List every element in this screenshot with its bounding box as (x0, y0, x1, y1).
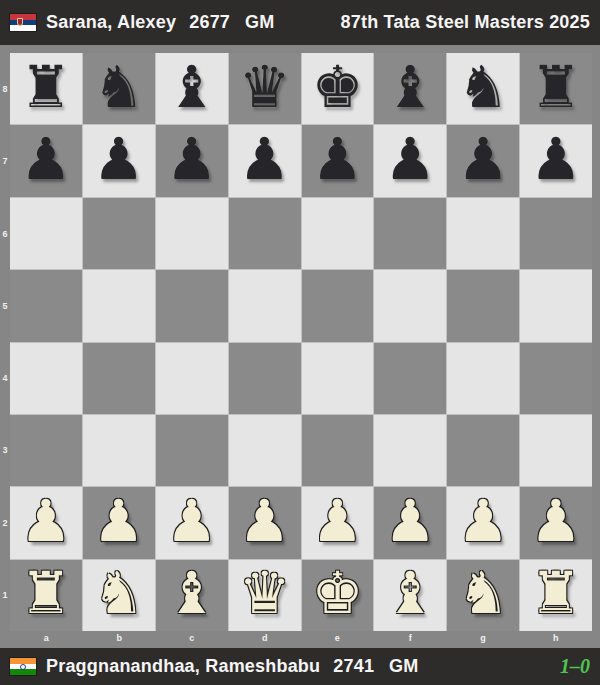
square-b1[interactable]: ♞ (83, 560, 155, 631)
top-player-bar: Sarana, Alexey 2677 GM 87th Tata Steel M… (0, 0, 600, 45)
square-d7[interactable]: ♟ (229, 125, 301, 196)
square-d1[interactable]: ♛ (229, 560, 301, 631)
top-player-name: Sarana, Alexey (46, 12, 176, 33)
rank-label-3: 3 (0, 414, 10, 486)
top-player-rating: 2677 (189, 12, 230, 33)
white-pawn-e2[interactable]: ♟ (311, 492, 363, 550)
square-g4[interactable] (447, 343, 519, 414)
square-e4[interactable] (302, 343, 374, 414)
square-b8[interactable]: ♞ (83, 53, 155, 124)
white-knight-g1[interactable]: ♞ (457, 564, 509, 622)
file-label-f: f (374, 631, 447, 645)
black-bishop-f8[interactable]: ♝ (384, 58, 436, 116)
file-label-d: d (228, 631, 301, 645)
black-king-e8[interactable]: ♚ (311, 58, 363, 116)
black-knight-b8[interactable]: ♞ (93, 58, 145, 116)
square-a2[interactable]: ♟ (10, 487, 82, 558)
square-e1[interactable]: ♚ (302, 560, 374, 631)
rank-label-1: 1 (0, 559, 10, 631)
square-a6[interactable] (10, 198, 82, 269)
ashoka-chakra (20, 664, 26, 670)
square-g2[interactable]: ♟ (447, 487, 519, 558)
square-d8[interactable]: ♛ (229, 53, 301, 124)
square-c4[interactable] (156, 343, 228, 414)
square-b3[interactable] (83, 415, 155, 486)
square-e7[interactable]: ♟ (302, 125, 374, 196)
square-c1[interactable]: ♝ (156, 560, 228, 631)
square-g1[interactable]: ♞ (447, 560, 519, 631)
square-b6[interactable] (83, 198, 155, 269)
black-pawn-g7[interactable]: ♟ (457, 130, 509, 188)
white-pawn-h2[interactable]: ♟ (530, 492, 582, 550)
square-a1[interactable]: ♜ (10, 560, 82, 631)
top-player-title: GM (245, 12, 274, 33)
square-d3[interactable] (229, 415, 301, 486)
rank-label-5: 5 (0, 270, 10, 342)
square-a4[interactable] (10, 343, 82, 414)
square-e5[interactable] (302, 270, 374, 341)
black-pawn-e7[interactable]: ♟ (311, 130, 363, 188)
square-b4[interactable] (83, 343, 155, 414)
rank-label-6: 6 (0, 198, 10, 270)
square-g7[interactable]: ♟ (447, 125, 519, 196)
square-a7[interactable]: ♟ (10, 125, 82, 196)
square-h1[interactable]: ♜ (520, 560, 592, 631)
square-h4[interactable] (520, 343, 592, 414)
black-rook-h8[interactable]: ♜ (530, 58, 582, 116)
square-c2[interactable]: ♟ (156, 487, 228, 558)
file-label-a: a (10, 631, 83, 645)
bottom-player-rating: 2741 (333, 656, 374, 677)
white-rook-h1[interactable]: ♜ (530, 564, 582, 622)
square-f1[interactable]: ♝ (374, 560, 446, 631)
square-f7[interactable]: ♟ (374, 125, 446, 196)
bottom-player-info: Praggnanandhaa, Rameshbabu 2741 GM (46, 656, 419, 677)
square-e6[interactable] (302, 198, 374, 269)
white-pawn-d2[interactable]: ♟ (239, 492, 291, 550)
square-d4[interactable] (229, 343, 301, 414)
rank-label-2: 2 (0, 487, 10, 559)
square-f8[interactable]: ♝ (374, 53, 446, 124)
white-king-e1[interactable]: ♚ (311, 564, 363, 622)
square-c6[interactable] (156, 198, 228, 269)
square-d5[interactable] (229, 270, 301, 341)
square-g5[interactable] (447, 270, 519, 341)
square-h3[interactable] (520, 415, 592, 486)
file-label-c: c (156, 631, 229, 645)
serbia-flag-icon (10, 14, 36, 31)
white-knight-b1[interactable]: ♞ (93, 564, 145, 622)
black-pawn-d7[interactable]: ♟ (239, 130, 291, 188)
top-player-info: Sarana, Alexey 2677 GM (46, 12, 274, 33)
black-pawn-h7[interactable]: ♟ (530, 130, 582, 188)
white-pawn-a2[interactable]: ♟ (20, 492, 72, 550)
black-pawn-f7[interactable]: ♟ (384, 130, 436, 188)
square-g6[interactable] (447, 198, 519, 269)
white-bishop-c1[interactable]: ♝ (166, 564, 218, 622)
square-c3[interactable] (156, 415, 228, 486)
square-f2[interactable]: ♟ (374, 487, 446, 558)
square-f4[interactable] (374, 343, 446, 414)
square-h6[interactable] (520, 198, 592, 269)
square-g8[interactable]: ♞ (447, 53, 519, 124)
black-pawn-c7[interactable]: ♟ (166, 130, 218, 188)
india-flag-icon (10, 658, 36, 675)
rank-label-8: 8 (0, 53, 10, 125)
square-a8[interactable]: ♜ (10, 53, 82, 124)
file-label-h: h (519, 631, 592, 645)
square-g3[interactable] (447, 415, 519, 486)
file-labels: abcdefgh (10, 631, 592, 645)
bottom-player-title: GM (389, 656, 418, 677)
black-knight-g8[interactable]: ♞ (457, 58, 509, 116)
rank-labels: 87654321 (0, 53, 10, 631)
square-c5[interactable] (156, 270, 228, 341)
file-label-g: g (447, 631, 520, 645)
black-rook-a8[interactable]: ♜ (20, 58, 72, 116)
square-e2[interactable]: ♟ (302, 487, 374, 558)
square-a3[interactable] (10, 415, 82, 486)
square-b2[interactable]: ♟ (83, 487, 155, 558)
square-b5[interactable] (83, 270, 155, 341)
square-a5[interactable] (10, 270, 82, 341)
square-d6[interactable] (229, 198, 301, 269)
white-pawn-b2[interactable]: ♟ (93, 492, 145, 550)
square-h8[interactable]: ♜ (520, 53, 592, 124)
serbia-coat-of-arms (17, 18, 23, 26)
square-b7[interactable]: ♟ (83, 125, 155, 196)
square-h7[interactable]: ♟ (520, 125, 592, 196)
square-h5[interactable] (520, 270, 592, 341)
white-pawn-c2[interactable]: ♟ (166, 492, 218, 550)
bottom-player-name: Praggnanandhaa, Rameshbabu (46, 656, 320, 677)
game-result: 1–0 (560, 655, 590, 678)
white-bishop-f1[interactable]: ♝ (384, 564, 436, 622)
white-rook-a1[interactable]: ♜ (20, 564, 72, 622)
square-e8[interactable]: ♚ (302, 53, 374, 124)
event-title: 87th Tata Steel Masters 2025 (341, 12, 590, 33)
file-label-e: e (301, 631, 374, 645)
chess-board-frame: 87654321 ♜♞♝♛♚♝♞♜♟♟♟♟♟♟♟♟♟♟♟♟♟♟♟♟♜♞♝♛♚♝♞… (0, 45, 600, 648)
white-pawn-f2[interactable]: ♟ (384, 492, 436, 550)
black-bishop-c8[interactable]: ♝ (166, 58, 218, 116)
rank-label-7: 7 (0, 125, 10, 197)
white-pawn-g2[interactable]: ♟ (457, 492, 509, 550)
square-f5[interactable] (374, 270, 446, 341)
square-d2[interactable]: ♟ (229, 487, 301, 558)
square-f3[interactable] (374, 415, 446, 486)
black-queen-d8[interactable]: ♛ (239, 58, 291, 116)
white-queen-d1[interactable]: ♛ (239, 564, 291, 622)
rank-label-4: 4 (0, 342, 10, 414)
square-e3[interactable] (302, 415, 374, 486)
black-pawn-a7[interactable]: ♟ (20, 130, 72, 188)
chess-board[interactable]: ♜♞♝♛♚♝♞♜♟♟♟♟♟♟♟♟♟♟♟♟♟♟♟♟♜♞♝♛♚♝♞♜ (10, 53, 592, 631)
square-f6[interactable] (374, 198, 446, 269)
bottom-player-bar: Praggnanandhaa, Rameshbabu 2741 GM 1–0 (0, 648, 600, 685)
square-h2[interactable]: ♟ (520, 487, 592, 558)
square-c7[interactable]: ♟ (156, 125, 228, 196)
square-c8[interactable]: ♝ (156, 53, 228, 124)
file-label-b: b (83, 631, 156, 645)
black-pawn-b7[interactable]: ♟ (93, 130, 145, 188)
